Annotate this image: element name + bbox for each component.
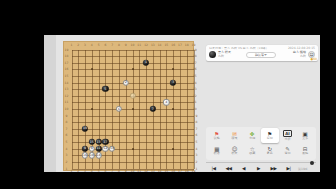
stone-black-C7: 19 (82, 126, 88, 132)
function-button-笔记[interactable]: ✎笔记 (279, 143, 297, 158)
star-point (172, 148, 174, 150)
stone-black-N10: 7 (150, 106, 156, 112)
function-label: 删除 (302, 152, 308, 155)
function-button-支招[interactable]: ✤支招 (243, 128, 261, 143)
star-point (172, 108, 174, 110)
function-button-更多[interactable]: ▣更多 (296, 128, 314, 143)
stone-white-D3: 10 (89, 152, 95, 158)
function-button-标记[interactable]: ⚑标记 (261, 128, 279, 143)
coordinate-label: 9 (125, 43, 127, 46)
function-button-复盘[interactable]: ↻复盘 (261, 143, 279, 158)
coordinate-label: 1 (66, 167, 68, 170)
black-player-name: 黑方·棋友 九段 (218, 51, 242, 58)
coordinate-label: 2 (77, 43, 79, 46)
black-player-avatar[interactable] (209, 51, 216, 58)
star-point (91, 108, 93, 110)
coordinate-label: 8 (118, 43, 120, 46)
stone-white-H10: 6 (116, 106, 122, 112)
stone-white-F4: 12 (102, 146, 108, 152)
white-player-rank: 九段 (300, 54, 306, 58)
coordinate-label: 2 (66, 160, 68, 163)
grid-line-v (194, 50, 195, 169)
grid-line-h (72, 135, 194, 136)
coordinate-label: 18 (185, 43, 189, 46)
stone-black-E4: 11 (95, 146, 101, 152)
coordinate-label: 17 (65, 61, 69, 64)
function-label: 棋谱 (214, 152, 220, 155)
coordinate-label: 5 (196, 141, 198, 144)
transport-button-2[interactable]: ◀ (236, 166, 251, 172)
coordinate-label: 14 (65, 81, 69, 84)
coordinate-label: 11 (137, 43, 141, 46)
function-label: 聊天 (231, 137, 237, 140)
transport-button-0[interactable]: |◀ (206, 166, 221, 172)
coordinate-label: 13 (151, 43, 155, 46)
coordinate-label: 16 (171, 43, 175, 46)
grid-line-h (72, 116, 194, 117)
stone-white-E3: 14 (95, 152, 101, 158)
star-point (132, 108, 134, 110)
move-progress-slider[interactable] (206, 162, 316, 163)
app-window: 1119192218183317174416165515156614147713… (44, 35, 320, 172)
function-button-聊天[interactable]: ✉聊天 (226, 128, 244, 143)
stone-black-M17: 1 (143, 60, 149, 66)
coordinate-label: 11 (65, 101, 69, 104)
coordinate-label: 7 (196, 127, 198, 130)
coordinate-label: 1 (71, 43, 73, 46)
coordinate-label: 7 (111, 43, 113, 46)
coordinate-label: 3 (84, 43, 86, 46)
grid-line-v (160, 50, 161, 169)
coordinate-label: 15 (65, 74, 69, 77)
coordinate-label: 13 (65, 88, 69, 91)
board-grid[interactable]: 1119192218183317174416165515156614147713… (72, 50, 194, 169)
stone-white-D4: 8 (89, 146, 95, 152)
transport-button-3[interactable]: ▶ (251, 166, 266, 172)
function-label: 更多 (302, 137, 308, 140)
star-point (132, 148, 134, 150)
left-gutter (44, 35, 56, 172)
stone-black-F13: 5 (102, 86, 108, 92)
stone-black-D5: 15 (89, 139, 95, 145)
coordinate-label: 12 (144, 43, 148, 46)
function-button-分析[interactable]: AI分析 (279, 128, 297, 143)
function-label: 分析 (284, 138, 290, 141)
match-info-card: 好友对局：黑方 九段 VS 白方 九段（19路） 2024-12-08 20:1… (206, 45, 318, 61)
function-button-棋友[interactable]: ☺棋友 (226, 143, 244, 158)
function-label: 笔记 (284, 152, 290, 155)
coordinate-label: 17 (178, 43, 182, 46)
stone-white-J14: 2 (123, 79, 129, 85)
stone-white-G4: 18 (109, 146, 115, 152)
coordinate-label: 7 (66, 127, 68, 130)
coordinate-label: 8 (66, 121, 68, 124)
function-label: 复盘 (267, 152, 273, 155)
grid-line-h (72, 129, 194, 130)
grid-line-v (187, 50, 188, 169)
coordinate-label: 19 (65, 48, 69, 51)
function-label: 棋友 (231, 152, 237, 155)
coordinate-label: 9 (66, 114, 68, 117)
coordinate-label: 6 (104, 43, 106, 46)
grid-line-h (72, 162, 194, 163)
function-grid: ⚑认输✉聊天✤支招⚑标记AI分析▣更多 ▦棋谱☺棋友☆收藏↻复盘✎笔记⊟删除 (206, 127, 316, 160)
star-point (132, 68, 134, 70)
coordinate-label: 6 (196, 134, 198, 137)
function-label: 认输 (214, 137, 220, 140)
grid-line-h (72, 169, 194, 170)
coordinate-label: 6 (66, 134, 68, 137)
coordinate-label: 15 (164, 43, 168, 46)
stone-black-Q14: 3 (170, 79, 176, 85)
stone-white-C3: 16 (82, 152, 88, 158)
coordinate-label: 4 (196, 147, 198, 150)
black-player-rank: 九段 (218, 54, 224, 58)
coordinate-label: 4 (91, 43, 93, 46)
coordinate-label: 16 (65, 68, 69, 71)
grid-line-v (180, 50, 181, 169)
transport-button-5[interactable]: ▶| (281, 166, 296, 172)
function-button-收藏[interactable]: ☆收藏 (243, 143, 261, 158)
move-counter: 第19手 (298, 167, 308, 171)
confirm-move-button[interactable]: 确认落子 (246, 52, 276, 58)
function-label: 支招 (249, 137, 255, 140)
transport-button-4[interactable]: ▶▶ (266, 166, 281, 172)
coordinate-label: 14 (158, 43, 162, 46)
star-point (91, 68, 93, 70)
function-button-认输[interactable]: ⚑认输 (208, 128, 226, 143)
grid-line-v (146, 50, 147, 169)
coordinate-label: 8 (196, 121, 198, 124)
stone-black-F5: 17 (102, 139, 108, 145)
function-button-棋谱[interactable]: ▦棋谱 (208, 143, 226, 158)
coordinate-label: 12 (65, 94, 69, 97)
stone-black-C4: 9 (82, 146, 88, 152)
coordinate-label: 4 (66, 147, 68, 150)
function-label: 收藏 (249, 152, 255, 155)
coordinate-label: 1 (196, 167, 198, 170)
coordinate-label: 19 (192, 43, 196, 46)
transport-button-1[interactable]: ◀◀ (221, 166, 236, 172)
function-label: 标记 (267, 137, 273, 140)
function-button-删除[interactable]: ⊟删除 (296, 143, 314, 158)
coordinate-label: 10 (65, 108, 69, 111)
grid-line-v (139, 50, 140, 169)
coordinate-label: 18 (65, 55, 69, 58)
grid-line-h (72, 122, 194, 123)
playback-controls: |◀◀◀◀▶▶▶▶|第19手 (206, 164, 316, 173)
go-board[interactable]: 1119192218183317174416165515156614147713… (63, 41, 194, 171)
coordinate-label: 5 (98, 43, 100, 46)
stone-black-E5: 13 (95, 139, 101, 145)
white-player-name: 白方·熊猫 九段 (282, 51, 306, 58)
star-point (172, 68, 174, 70)
stone-white-O11: 4 (163, 99, 169, 105)
grid-line-v (166, 50, 167, 169)
coordinate-label: 9 (196, 114, 198, 117)
pending-stone-K12[interactable] (129, 93, 135, 99)
coin-badge: ●60 (311, 57, 317, 61)
coordinate-label: 5 (66, 141, 68, 144)
letterbox-background: 1119192218183317174416165515156614147713… (0, 0, 336, 189)
coordinate-label: 10 (131, 43, 135, 46)
coordinate-label: 2 (196, 160, 198, 163)
coordinate-label: 3 (196, 154, 198, 157)
coordinate-label: 3 (66, 154, 68, 157)
